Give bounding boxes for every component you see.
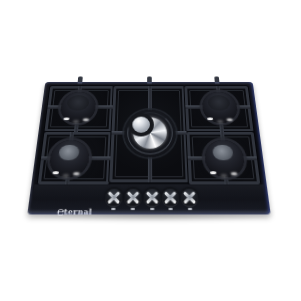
burner-cap — [132, 117, 150, 133]
control-knob-4 — [162, 189, 179, 206]
grate-prong — [214, 76, 219, 83]
brand-logo-text: ternal — [64, 207, 93, 217]
knob-index-mark — [111, 208, 115, 210]
brand-logo: ℮ternal — [56, 198, 93, 219]
control-knob-5 — [181, 189, 199, 206]
product-photo: ℮ternal — [0, 0, 301, 301]
knob-index-mark — [188, 208, 192, 210]
control-knob-3 — [144, 189, 161, 206]
cooktop-body: ℮ternal — [27, 82, 270, 214]
knob-index-mark — [168, 208, 172, 210]
knob-index-mark — [131, 208, 135, 210]
grate-prong — [147, 76, 152, 83]
knob-index-mark — [150, 208, 154, 210]
grate-prong — [78, 76, 83, 83]
control-knob-2 — [124, 189, 141, 206]
